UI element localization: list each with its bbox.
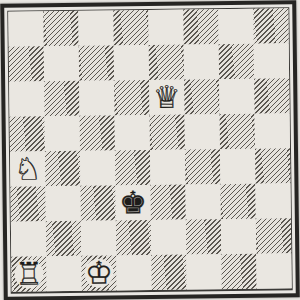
square-f3[interactable] (185, 184, 220, 219)
square-d5[interactable] (115, 115, 150, 150)
white-king[interactable]: ♔ (85, 255, 113, 290)
square-d6[interactable] (114, 80, 149, 115)
square-f1[interactable] (186, 254, 221, 289)
white-queen[interactable]: ♕ (153, 80, 181, 115)
square-g7[interactable] (219, 44, 254, 79)
square-h7[interactable] (254, 43, 289, 78)
square-c4[interactable] (80, 150, 115, 185)
square-a1[interactable]: ♖ (11, 256, 46, 291)
square-f6[interactable] (184, 79, 219, 114)
square-e1[interactable] (151, 255, 186, 290)
square-f7[interactable] (184, 44, 219, 79)
square-g3[interactable] (220, 184, 255, 219)
square-d8[interactable] (113, 10, 148, 45)
square-f8[interactable] (183, 9, 218, 44)
square-c1[interactable]: ♔ (81, 255, 116, 290)
square-a6[interactable] (9, 81, 44, 116)
square-b1[interactable] (46, 256, 81, 291)
square-c3[interactable] (80, 185, 115, 220)
square-e2[interactable] (151, 220, 186, 255)
square-b3[interactable] (45, 186, 80, 221)
white-knight[interactable]: ♘ (14, 151, 42, 186)
square-a4[interactable]: ♘ (10, 151, 45, 186)
square-a7[interactable] (9, 46, 44, 81)
square-d1[interactable] (116, 255, 151, 290)
square-b6[interactable] (44, 81, 79, 116)
square-b7[interactable] (44, 46, 79, 81)
square-e3[interactable] (150, 185, 185, 220)
square-h5[interactable] (255, 113, 290, 148)
square-g2[interactable] (221, 219, 256, 254)
square-d3[interactable]: ♚ (115, 185, 150, 220)
square-b5[interactable] (45, 116, 80, 151)
square-g8[interactable] (218, 9, 253, 44)
board-frame: ♕♘♚♖♔ (0, 0, 300, 300)
square-b2[interactable] (46, 221, 81, 256)
square-h8[interactable] (253, 8, 288, 43)
square-a2[interactable] (11, 221, 46, 256)
square-c8[interactable] (78, 10, 113, 45)
square-a3[interactable] (10, 186, 45, 221)
square-e5[interactable] (150, 115, 185, 150)
square-c6[interactable] (79, 80, 114, 115)
square-c5[interactable] (80, 115, 115, 150)
square-f5[interactable] (185, 114, 220, 149)
square-h4[interactable] (255, 148, 290, 183)
square-g5[interactable] (220, 114, 255, 149)
square-g1[interactable] (221, 254, 256, 289)
chessboard: ♕♘♚♖♔ (7, 7, 292, 293)
square-e8[interactable] (148, 10, 183, 45)
black-king[interactable]: ♚ (119, 185, 147, 220)
square-b4[interactable] (45, 151, 80, 186)
square-e4[interactable] (150, 150, 185, 185)
square-e7[interactable] (149, 45, 184, 80)
square-c2[interactable] (81, 220, 116, 255)
diagram-page: ♕♘♚♖♔ (0, 0, 300, 300)
square-e6[interactable]: ♕ (149, 80, 184, 115)
square-d2[interactable] (116, 220, 151, 255)
white-rook[interactable]: ♖ (15, 256, 43, 291)
square-d7[interactable] (114, 45, 149, 80)
square-h3[interactable] (255, 183, 290, 218)
square-a5[interactable] (10, 116, 45, 151)
square-h2[interactable] (256, 218, 291, 253)
square-f4[interactable] (185, 149, 220, 184)
square-g6[interactable] (219, 79, 254, 114)
square-b8[interactable] (43, 11, 78, 46)
square-f2[interactable] (186, 219, 221, 254)
square-h1[interactable] (256, 253, 291, 288)
square-d4[interactable] (115, 150, 150, 185)
square-h6[interactable] (254, 78, 289, 113)
square-g4[interactable] (220, 149, 255, 184)
square-a8[interactable] (8, 11, 43, 46)
square-c7[interactable] (79, 45, 114, 80)
